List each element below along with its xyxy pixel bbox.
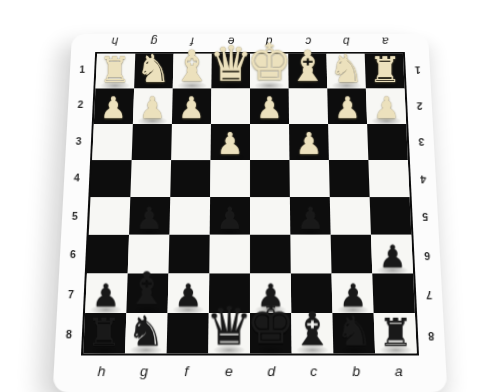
piece-white-pawn-d2[interactable]: ♟ [256,93,283,123]
file-label: c [292,355,335,392]
chess-mat: h g f e d c b a 1 2 3 4 5 6 7 8 ♜♞♝♛♚♝♞♜… [53,34,448,392]
square-c1[interactable]: ♝ [288,54,327,89]
square-a7[interactable] [372,273,415,312]
rank-label: 4 [410,160,437,197]
square-b2[interactable]: ♟ [327,88,367,123]
square-g8[interactable]: ♞ [125,313,168,353]
square-c5[interactable]: ♟ [290,197,331,235]
piece-white-rook-a1[interactable]: ♜ [369,52,401,88]
square-c3[interactable]: ♟ [289,124,329,160]
rank-label: 6 [59,235,87,274]
rank-label: 5 [61,197,88,235]
piece-black-pawn-c5[interactable]: ♟ [297,203,325,234]
file-label: b [335,355,379,392]
piece-black-knight-b8[interactable]: ♞ [335,311,372,353]
square-d6[interactable] [250,235,291,274]
photo-scene: h g f e d c b a 1 2 3 4 5 6 7 8 ♜♞♝♛♚♝♞♜… [0,0,500,392]
file-label: e [207,355,250,392]
square-f4[interactable] [170,160,210,197]
square-b8[interactable]: ♞ [332,313,375,353]
piece-white-pawn-b2[interactable]: ♟ [334,93,361,123]
square-e3[interactable]: ♟ [211,124,250,160]
piece-white-rook-h1[interactable]: ♜ [99,52,131,88]
square-g3[interactable] [132,124,172,160]
square-f1[interactable]: ♝ [173,54,212,89]
square-a5[interactable] [370,197,412,235]
square-d5[interactable] [250,197,290,235]
board-grid: ♜♞♝♛♚♝♞♜♟♟♟♟♟♟♟♟♟♟♟♟♟♝♟♟♟♜♞♛♚♝♞♜ [81,52,419,356]
piece-black-pawn-a6[interactable]: ♟ [379,241,407,272]
square-e5[interactable]: ♟ [210,197,250,235]
file-label: a [377,355,421,392]
piece-white-pawn-g2[interactable]: ♟ [139,93,166,123]
file-label: f [165,355,208,392]
square-e1[interactable]: ♛ [211,54,250,89]
square-b4[interactable] [329,160,370,197]
square-a8[interactable]: ♜ [374,313,417,353]
rank-label: 7 [415,275,443,315]
piece-white-pawn-c3[interactable]: ♟ [296,129,323,159]
square-f5[interactable] [169,197,210,235]
square-e2[interactable] [211,88,250,123]
piece-black-king-d8[interactable]: ♚ [246,297,295,352]
square-d2[interactable]: ♟ [250,88,289,123]
square-b3[interactable] [328,124,368,160]
square-f2[interactable]: ♟ [172,88,211,123]
piece-black-pawn-f7[interactable]: ♟ [174,280,202,311]
square-c8[interactable]: ♝ [291,313,333,353]
square-h3[interactable] [92,124,133,160]
square-b6[interactable] [331,235,373,274]
piece-black-pawn-h7[interactable]: ♟ [92,280,120,311]
rank-label: 8 [55,315,83,356]
square-g1[interactable]: ♞ [134,54,173,89]
rank-label: 5 [412,197,439,235]
rank-label: 8 [417,315,445,356]
file-label: d [250,355,293,392]
rank-label: 7 [57,275,85,315]
square-g5[interactable]: ♟ [129,197,170,235]
piece-white-pawn-f2[interactable]: ♟ [178,93,205,123]
rank-label: 1 [405,52,431,87]
square-b5[interactable] [330,197,371,235]
rank-label: 3 [408,123,435,160]
piece-white-knight-b1[interactable]: ♞ [329,49,364,88]
square-c6[interactable] [290,235,331,274]
square-h2[interactable]: ♟ [94,88,134,123]
square-h8[interactable]: ♜ [83,313,126,353]
rank-label: 6 [413,235,441,274]
file-label: h [79,355,123,392]
square-d8[interactable]: ♚ [250,313,292,353]
piece-white-king-d1[interactable]: ♚ [247,37,293,88]
piece-black-bishop-c8[interactable]: ♝ [292,306,333,352]
square-a2[interactable]: ♟ [366,88,406,123]
piece-black-bishop-g7[interactable]: ♝ [127,266,168,312]
square-a6[interactable]: ♟ [371,235,413,274]
square-h7[interactable]: ♟ [85,273,128,312]
rank-label: 2 [67,87,93,123]
square-f7[interactable]: ♟ [168,273,210,312]
file-labels-bottom: h g f e d c b a [79,355,421,392]
piece-black-pawn-g5[interactable]: ♟ [135,203,163,234]
rank-label: 4 [63,160,90,197]
square-h6[interactable] [87,235,129,274]
square-d1[interactable]: ♚ [250,54,289,89]
piece-black-knight-g8[interactable]: ♞ [127,311,164,353]
square-f3[interactable] [171,124,211,160]
piece-black-rook-a8[interactable]: ♜ [379,314,413,352]
piece-white-bishop-f1[interactable]: ♝ [173,45,211,88]
square-h5[interactable] [89,197,131,235]
square-f6[interactable] [168,235,209,274]
square-b1[interactable]: ♞ [326,54,365,89]
square-e4[interactable] [210,160,250,197]
square-g2[interactable]: ♟ [133,88,173,123]
square-d4[interactable] [250,160,290,197]
piece-white-pawn-a2[interactable]: ♟ [373,93,400,123]
square-d3[interactable] [250,124,289,160]
piece-white-knight-g1[interactable]: ♞ [136,49,171,88]
square-a3[interactable] [367,124,408,160]
square-c2[interactable] [289,88,328,123]
square-f8[interactable] [167,313,209,353]
rank-label: 2 [406,87,432,123]
square-e8[interactable]: ♛ [208,313,250,353]
square-e6[interactable] [209,235,250,274]
square-h4[interactable] [90,160,131,197]
square-a4[interactable] [368,160,409,197]
piece-black-rook-h8[interactable]: ♜ [87,314,121,352]
file-label: g [122,355,166,392]
rank-label: 3 [65,123,92,160]
square-a1[interactable]: ♜ [365,54,405,89]
piece-white-pawn-h2[interactable]: ♟ [100,93,127,123]
square-g4[interactable] [130,160,171,197]
piece-white-bishop-c1[interactable]: ♝ [289,45,327,88]
piece-black-pawn-e5[interactable]: ♟ [216,203,244,234]
rank-label: 1 [69,52,95,87]
piece-white-pawn-e3[interactable]: ♟ [217,129,244,159]
square-c4[interactable] [289,160,329,197]
square-h1[interactable]: ♜ [95,54,135,89]
